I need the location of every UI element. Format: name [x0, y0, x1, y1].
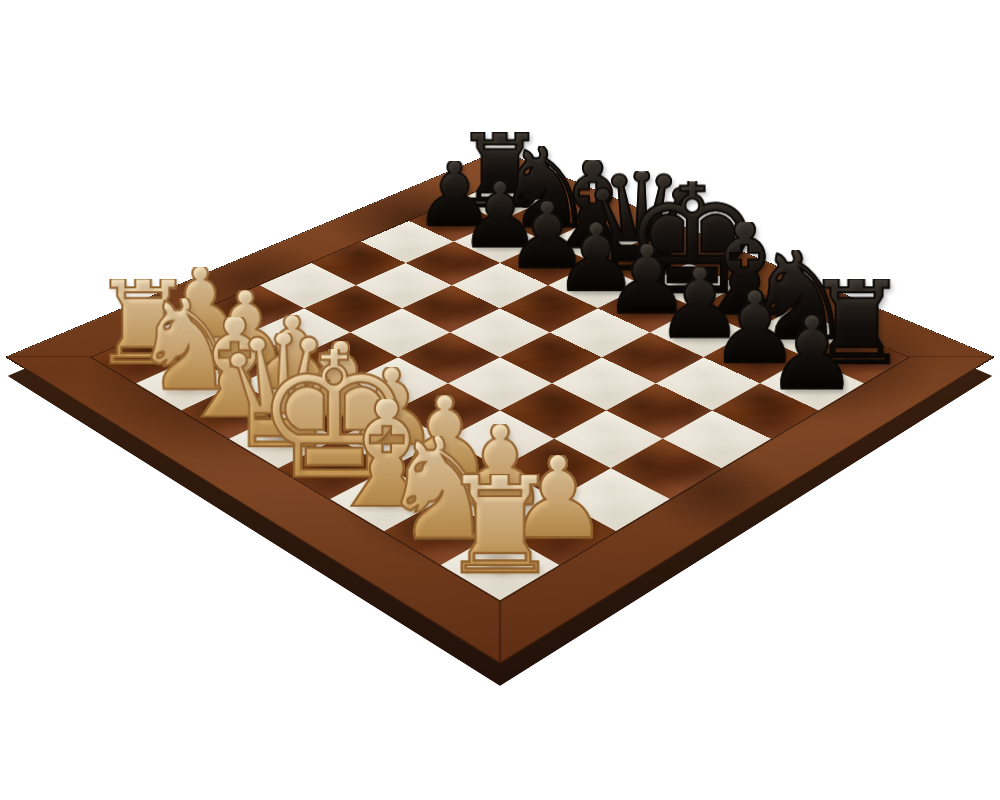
- playing-field: ♜♞♝♛♚♝♞♜♟♟♟♟♟♟♟♟♟♟♟♟♟♟♟♟♜♞♝♛♚♝♞♜: [92, 182, 907, 601]
- pawn-glyph: ♟: [766, 315, 858, 392]
- square-h1[interactable]: ♜: [441, 531, 560, 600]
- square-h7[interactable]: ♟: [760, 357, 864, 410]
- chess-board: ♜♞♝♛♚♝♞♜♟♟♟♟♟♟♟♟♟♟♟♟♟♟♟♟♜♞♝♛♚♝♞♜: [5, 150, 995, 665]
- product-photo-scene: ♜♞♝♛♚♝♞♜♟♟♟♟♟♟♟♟♟♟♟♟♟♟♟♟♜♞♝♛♚♝♞♜: [0, 0, 1000, 800]
- board-perspective-wrapper: ♜♞♝♛♚♝♞♜♟♟♟♟♟♟♟♟♟♟♟♟♟♟♟♟♜♞♝♛♚♝♞♜: [5, 150, 995, 665]
- rook-glyph: ♜: [439, 474, 560, 575]
